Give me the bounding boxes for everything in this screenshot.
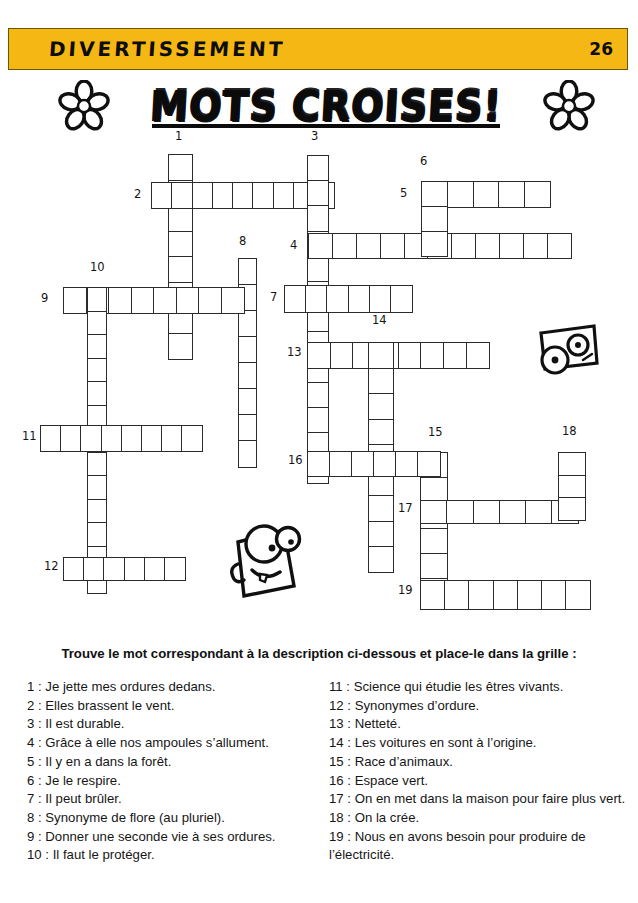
clue-item: 17 : On en met dans la maison pour faire…: [329, 790, 631, 809]
crossword-cell[interactable]: [87, 334, 107, 359]
crossword-cell[interactable]: [421, 231, 448, 257]
crossword-cell[interactable]: [305, 285, 328, 313]
crossword-cell[interactable]: [83, 557, 105, 581]
clue-item: 8 : Synonyme de flore (au pluriel).: [27, 809, 321, 828]
clue-item: 5 : Il y en a dans la forêt.: [27, 753, 321, 772]
crossword-cell[interactable]: [525, 500, 553, 524]
crossword-cell[interactable]: [252, 182, 274, 209]
crossword-cell[interactable]: [421, 206, 448, 232]
crossword-cell[interactable]: [421, 181, 448, 207]
crossword-cell[interactable]: [238, 440, 257, 468]
clue-number-label-5: 5: [400, 187, 407, 200]
clue-number-label-18: 18: [562, 425, 577, 438]
clue-number-label-9: 9: [41, 292, 48, 305]
crossword-cell[interactable]: [164, 557, 186, 581]
flower-icon: [543, 80, 595, 134]
crossword-cell[interactable]: [368, 419, 394, 446]
crossword-cell[interactable]: [493, 580, 519, 610]
crossword-cell[interactable]: [87, 358, 107, 383]
crossword-cell[interactable]: [499, 233, 524, 259]
clue-number-label-2: 2: [134, 188, 141, 201]
crossword-cell[interactable]: [558, 475, 586, 499]
crossword-cell[interactable]: [181, 425, 203, 452]
crossword-cell[interactable]: [541, 580, 567, 610]
crossword-cell[interactable]: [124, 557, 146, 581]
crossword-cell[interactable]: [192, 182, 214, 209]
crossword-cell[interactable]: [351, 451, 375, 477]
clue-number-label-12: 12: [44, 560, 59, 573]
crossword-cell[interactable]: [63, 557, 85, 581]
clue-number-label-16: 16: [288, 454, 303, 467]
page-number: 26: [589, 39, 627, 59]
clue-number-label-17: 17: [398, 502, 413, 515]
crossword-cell[interactable]: [398, 342, 422, 369]
crossword-cell[interactable]: [308, 233, 333, 259]
crossword-cell[interactable]: [168, 256, 193, 283]
word-12-across: [63, 557, 186, 581]
clue-item: 16 : Espace vert.: [329, 772, 631, 791]
clues-column-right: 11 : Science qui étudie les êtres vivant…: [329, 678, 631, 865]
crossword-cell[interactable]: [330, 342, 354, 369]
crossword-cell[interactable]: [161, 425, 183, 452]
crossword-cell[interactable]: [473, 500, 501, 524]
clue-number-label-14: 14: [372, 314, 387, 327]
crossword-cell[interactable]: [307, 205, 329, 232]
word-11-across: [40, 425, 203, 452]
word-19-across: [420, 580, 591, 610]
clue-item: 9 : Donner une seconde vie à ses ordures…: [27, 828, 321, 847]
crossword-cell[interactable]: [153, 287, 177, 314]
clue-number-label-6: 6: [420, 155, 427, 168]
header-banner: DIVERTISSEMENT 26: [8, 28, 628, 70]
crossword-cell[interactable]: [420, 553, 448, 580]
clue-item: 3 : Il est durable.: [27, 715, 321, 734]
crossword-cell[interactable]: [368, 368, 394, 395]
crossword-cell[interactable]: [326, 285, 349, 313]
crossword-cell[interactable]: [420, 580, 446, 610]
crossword-cell[interactable]: [565, 580, 591, 610]
clue-item: 12 : Synonymes d’ordure.: [329, 697, 631, 716]
crossword-cell[interactable]: [307, 342, 331, 369]
crossword-cell[interactable]: [451, 233, 476, 259]
crossword-cell[interactable]: [373, 451, 397, 477]
crossword-cell[interactable]: [63, 287, 87, 314]
word-6-down: [421, 181, 448, 257]
clue-item: 1 : Je jette mes ordures dedans.: [27, 678, 321, 697]
crossword-cell[interactable]: [238, 310, 257, 338]
crossword-cell[interactable]: [40, 425, 62, 452]
crossword-cell[interactable]: [420, 528, 448, 555]
crossword-cell[interactable]: [356, 233, 381, 259]
crossword-cell[interactable]: [558, 497, 586, 521]
word-18-down: [558, 452, 586, 521]
crossword-cell[interactable]: [498, 181, 525, 208]
page: DIVERTISSEMENT 26 MOTS CROISES! 12345678…: [0, 0, 638, 903]
crossword-cell[interactable]: [212, 182, 234, 209]
crossword-cell[interactable]: [369, 285, 392, 313]
clues-column-left: 1 : Je jette mes ordures dedans.2 : Elle…: [27, 678, 321, 865]
clue-item: 13 : Netteté.: [329, 715, 631, 734]
crossword-cell[interactable]: [273, 182, 295, 209]
clue-item: 10 : Il faut le protéger.: [27, 846, 321, 865]
clue-number-label-8: 8: [239, 235, 246, 248]
crossword-cell[interactable]: [466, 342, 490, 369]
clue-item: 7 : Il peut brûler.: [27, 790, 321, 809]
clue-number-label-15: 15: [428, 426, 443, 439]
crossword-cell[interactable]: [108, 287, 132, 314]
crossword-cell[interactable]: [348, 285, 371, 313]
crossword-cell[interactable]: [390, 285, 413, 313]
crossword-cell[interactable]: [499, 500, 527, 524]
crossword-cell[interactable]: [103, 557, 125, 581]
crossword-cell[interactable]: [232, 182, 254, 209]
word-7-across: [284, 285, 413, 313]
clue-item: 18 : On la crée.: [329, 809, 631, 828]
crossword-cell[interactable]: [168, 154, 193, 181]
banner-title: DIVERTISSEMENT: [8, 37, 590, 61]
crossword-cell[interactable]: [60, 425, 82, 452]
word-16-across: [307, 451, 441, 477]
crossword-cell[interactable]: [168, 333, 193, 360]
puzzle-instruction: Trouve le mot correspondant à la descrip…: [0, 646, 638, 661]
crossword-cell[interactable]: [87, 311, 107, 336]
crossword-cell[interactable]: [517, 580, 543, 610]
clue-number-label-4: 4: [290, 239, 297, 252]
crossword-cell[interactable]: [475, 233, 500, 259]
crossword-cell[interactable]: [547, 233, 572, 259]
crossword-cell[interactable]: [329, 451, 353, 477]
crossword-cell[interactable]: [368, 393, 394, 420]
cassette-doodle: [531, 320, 603, 380]
clue-item: 19 : Nous en avons besoin pour produire …: [329, 828, 631, 865]
crossword-cell[interactable]: [395, 451, 419, 477]
crossword-cell[interactable]: [443, 342, 467, 369]
crossword-cell[interactable]: [238, 414, 257, 442]
crossword-cell[interactable]: [141, 425, 163, 452]
clue-number-label-19: 19: [398, 584, 413, 597]
clue-item: 4 : Grâce à elle nos ampoules s’allument…: [27, 734, 321, 753]
crossword-cell[interactable]: [87, 499, 107, 524]
crossword-cell[interactable]: [284, 285, 307, 313]
crossword-cell[interactable]: [420, 500, 448, 524]
crossword-cell[interactable]: [87, 287, 107, 312]
crossword-cell[interactable]: [447, 181, 474, 208]
word-13-across: [307, 342, 490, 369]
crossword-cell[interactable]: [87, 452, 107, 477]
crossword-cell[interactable]: [368, 521, 394, 548]
clue-number-label-1: 1: [175, 130, 182, 143]
crossword-cell[interactable]: [198, 287, 222, 314]
crossword-cell[interactable]: [417, 451, 441, 477]
clue-number-label-3: 3: [311, 130, 318, 143]
crossword-cell[interactable]: [307, 256, 329, 283]
crossword-cell[interactable]: [87, 381, 107, 406]
flower-icon: [58, 80, 110, 134]
clue-number-label-7: 7: [270, 291, 277, 304]
crossword-cell[interactable]: [238, 362, 257, 390]
crossword-cell[interactable]: [444, 580, 470, 610]
crossword-cell[interactable]: [168, 231, 193, 258]
crossword-cell[interactable]: [171, 182, 193, 209]
crossword-cell[interactable]: [121, 425, 143, 452]
crossword-cell[interactable]: [80, 425, 102, 452]
clue-item: 2 : Elles brassent le vent.: [27, 697, 321, 716]
clue-number-label-11: 11: [22, 430, 37, 443]
crossword-cell[interactable]: [420, 342, 444, 369]
crossword-cell[interactable]: [176, 287, 200, 314]
crossword-cell[interactable]: [524, 181, 551, 208]
clue-number-label-13: 13: [287, 346, 302, 359]
word-3-down: [307, 155, 329, 484]
crossword-cell[interactable]: [332, 233, 357, 259]
crossword-cell[interactable]: [238, 258, 257, 286]
title-underline: [152, 124, 500, 128]
crossword-cell[interactable]: [307, 451, 331, 477]
crossword-cell[interactable]: [87, 475, 107, 500]
clue-number-label-10: 10: [90, 261, 105, 274]
crossword-cell[interactable]: [368, 342, 394, 369]
crossword-cell[interactable]: [87, 522, 107, 547]
clue-item: 14 : Les voitures en sont à l’origine.: [329, 734, 631, 753]
crossword-cell[interactable]: [523, 233, 548, 259]
clue-item: 15 : Race d’animaux.: [329, 753, 631, 772]
crossword-cell[interactable]: [168, 205, 193, 232]
crossword-cell[interactable]: [473, 181, 500, 208]
crossword-cell[interactable]: [368, 495, 394, 522]
crossword-cell[interactable]: [238, 388, 257, 416]
crossword-cell[interactable]: [307, 180, 329, 207]
crossword-cell[interactable]: [307, 382, 329, 409]
crossword-cell[interactable]: [151, 182, 173, 209]
crossword-cell[interactable]: [380, 233, 405, 259]
smiling-face-doodle: [222, 512, 310, 602]
crossword-cell[interactable]: [101, 425, 123, 452]
crossword-cell[interactable]: [468, 580, 494, 610]
word-17-across: [420, 500, 579, 524]
crossword-cell[interactable]: [446, 500, 474, 524]
crossword-cell[interactable]: [144, 557, 166, 581]
clue-item: 11 : Science qui étudie les êtres vivant…: [329, 678, 631, 697]
crossword-cell[interactable]: [131, 287, 155, 314]
crossword-cell[interactable]: [238, 336, 257, 364]
crossword-cell[interactable]: [558, 452, 586, 476]
crossword-cell[interactable]: [307, 407, 329, 434]
clue-item: 6 : Je le respire.: [27, 772, 321, 791]
crossword-cell[interactable]: [307, 155, 329, 182]
crossword-cell[interactable]: [368, 546, 394, 573]
crossword-cell[interactable]: [221, 287, 245, 314]
